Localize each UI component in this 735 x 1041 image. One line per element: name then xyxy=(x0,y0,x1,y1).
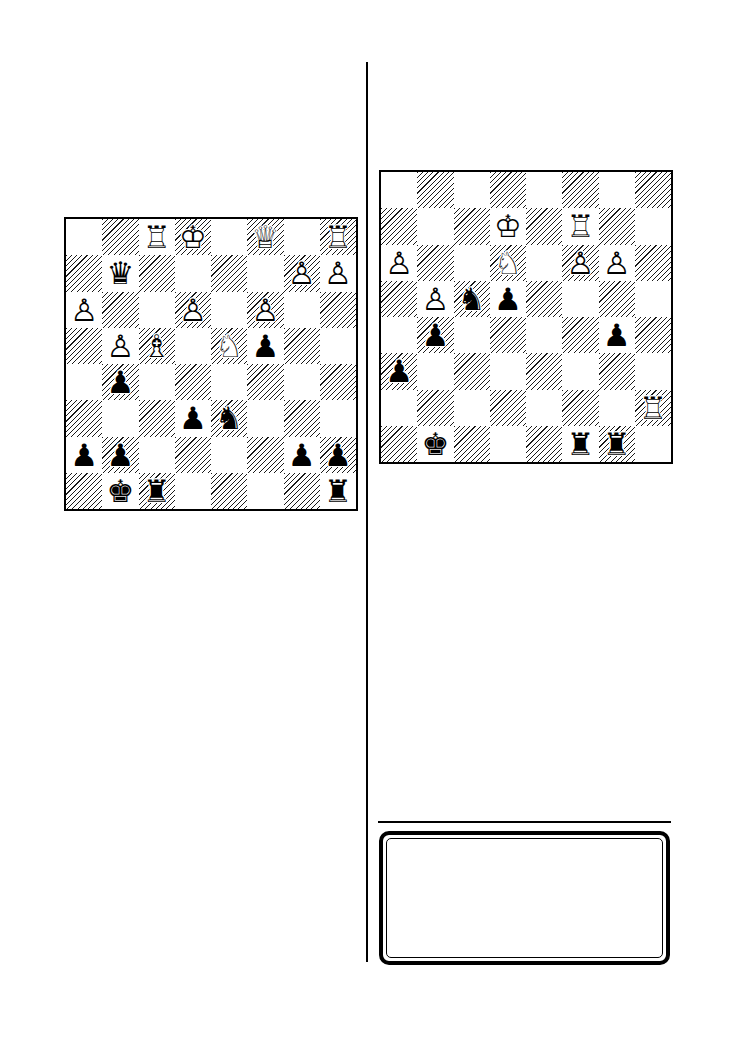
black-pawn: ♟♟ xyxy=(247,328,283,364)
book-page: ♜♖♚♔♛♕♜♖♛♛♟♙♟♙♟♙♟♙♟♙♟♙♝♗♞♘♟♟♟♟♟♟♞♞♟♟♟♟♟♟… xyxy=(0,0,735,1041)
black-pawn: ♟♟ xyxy=(320,437,356,473)
black-rook-glyph: ♜ xyxy=(562,426,598,462)
black-pawn: ♟♟ xyxy=(102,364,138,400)
white-pawn-glyph: ♙ xyxy=(102,328,138,364)
square-b6 xyxy=(102,292,138,328)
square-d2 xyxy=(175,437,211,473)
white-rook-glyph: ♖ xyxy=(320,219,356,255)
white-rook: ♜♖ xyxy=(562,208,598,244)
square-g4: ♟♟ xyxy=(599,317,635,353)
square-a1 xyxy=(381,426,417,462)
square-a8 xyxy=(66,219,102,255)
square-a2: ♟♟ xyxy=(66,437,102,473)
white-knight-glyph: ♘ xyxy=(211,328,247,364)
black-pawn-glyph: ♟ xyxy=(417,317,453,353)
white-king: ♚♔ xyxy=(175,219,211,255)
square-f5: ♟♟ xyxy=(247,328,283,364)
square-h2: ♜♖ xyxy=(635,390,671,426)
square-a7 xyxy=(381,208,417,244)
square-h8 xyxy=(635,172,671,208)
right-chess-board: ♚♔♜♖♟♙♞♘♟♙♟♙♟♙♞♞♟♟♟♟♟♟♟♟♜♖♚♚♜♜♜♜ xyxy=(379,170,673,464)
white-pawn: ♟♙ xyxy=(599,245,635,281)
white-pawn-glyph: ♙ xyxy=(320,255,356,291)
white-pawn: ♟♙ xyxy=(562,245,598,281)
square-g3 xyxy=(284,400,320,436)
black-king-glyph: ♚ xyxy=(102,473,138,509)
square-e7 xyxy=(526,208,562,244)
square-c5: ♞♞ xyxy=(454,281,490,317)
square-f6: ♟♙ xyxy=(562,245,598,281)
square-d7: ♚♔ xyxy=(490,208,526,244)
column-divider xyxy=(366,62,368,962)
black-rook: ♜♜ xyxy=(139,473,175,509)
square-c6 xyxy=(139,292,175,328)
black-pawn: ♟♟ xyxy=(599,317,635,353)
square-a1 xyxy=(66,473,102,509)
square-d7 xyxy=(175,255,211,291)
square-e4 xyxy=(211,364,247,400)
square-f3 xyxy=(562,353,598,389)
square-f2 xyxy=(247,437,283,473)
white-rook-glyph: ♖ xyxy=(139,219,175,255)
square-b7 xyxy=(417,208,453,244)
square-c5: ♝♗ xyxy=(139,328,175,364)
square-e3 xyxy=(526,353,562,389)
black-knight-glyph: ♞ xyxy=(211,400,247,436)
black-rook: ♜♜ xyxy=(320,473,356,509)
square-a6: ♟♙ xyxy=(381,245,417,281)
white-pawn-glyph: ♙ xyxy=(417,281,453,317)
square-g2: ♟♟ xyxy=(284,437,320,473)
black-pawn: ♟♟ xyxy=(175,400,211,436)
square-a5 xyxy=(66,328,102,364)
black-queen-glyph: ♛ xyxy=(102,255,138,291)
square-h5 xyxy=(320,328,356,364)
square-g7: ♟♙ xyxy=(284,255,320,291)
white-pawn: ♟♙ xyxy=(417,281,453,317)
black-king: ♚♚ xyxy=(102,473,138,509)
black-pawn-glyph: ♟ xyxy=(381,353,417,389)
square-g1 xyxy=(284,473,320,509)
square-h8: ♜♖ xyxy=(320,219,356,255)
square-f2 xyxy=(562,390,598,426)
square-d1 xyxy=(175,473,211,509)
square-e4 xyxy=(526,317,562,353)
black-pawn-glyph: ♟ xyxy=(102,437,138,473)
square-d5: ♟♟ xyxy=(490,281,526,317)
black-rook: ♜♜ xyxy=(599,426,635,462)
square-f1: ♜♜ xyxy=(562,426,598,462)
square-h2: ♟♟ xyxy=(320,437,356,473)
answer-box xyxy=(379,831,670,965)
square-h1 xyxy=(635,426,671,462)
square-e2 xyxy=(526,390,562,426)
white-pawn-glyph: ♙ xyxy=(562,245,598,281)
square-d8 xyxy=(490,172,526,208)
square-b4: ♟♟ xyxy=(417,317,453,353)
square-c4 xyxy=(454,317,490,353)
square-a6: ♟♙ xyxy=(66,292,102,328)
square-d8: ♚♔ xyxy=(175,219,211,255)
square-a7 xyxy=(66,255,102,291)
black-knight: ♞♞ xyxy=(454,281,490,317)
white-knight: ♞♘ xyxy=(490,245,526,281)
black-rook-glyph: ♜ xyxy=(139,473,175,509)
black-pawn: ♟♟ xyxy=(284,437,320,473)
square-a8 xyxy=(381,172,417,208)
square-b6 xyxy=(417,245,453,281)
black-pawn: ♟♟ xyxy=(66,437,102,473)
square-h6 xyxy=(320,292,356,328)
black-queen: ♛♛ xyxy=(102,255,138,291)
square-c7 xyxy=(454,208,490,244)
square-h4 xyxy=(635,317,671,353)
square-c8: ♜♖ xyxy=(139,219,175,255)
square-g5 xyxy=(599,281,635,317)
white-rook-glyph: ♖ xyxy=(635,390,671,426)
square-e1 xyxy=(211,473,247,509)
white-rook: ♜♖ xyxy=(139,219,175,255)
black-pawn-glyph: ♟ xyxy=(490,281,526,317)
square-e1 xyxy=(526,426,562,462)
square-a3: ♟♟ xyxy=(381,353,417,389)
white-bishop: ♝♗ xyxy=(139,328,175,364)
square-c3 xyxy=(454,353,490,389)
white-pawn: ♟♙ xyxy=(102,328,138,364)
black-rook-glyph: ♜ xyxy=(320,473,356,509)
square-e5: ♞♘ xyxy=(211,328,247,364)
square-e8 xyxy=(211,219,247,255)
square-b3 xyxy=(102,400,138,436)
square-c4 xyxy=(139,364,175,400)
square-e3: ♞♞ xyxy=(211,400,247,436)
square-e5 xyxy=(526,281,562,317)
square-h3 xyxy=(320,400,356,436)
square-f1 xyxy=(247,473,283,509)
white-pawn: ♟♙ xyxy=(381,245,417,281)
square-h7: ♟♙ xyxy=(320,255,356,291)
black-pawn-glyph: ♟ xyxy=(247,328,283,364)
square-b4: ♟♟ xyxy=(102,364,138,400)
white-bishop-glyph: ♗ xyxy=(139,328,175,364)
black-pawn-glyph: ♟ xyxy=(66,437,102,473)
white-knight-glyph: ♘ xyxy=(490,245,526,281)
square-c1: ♜♜ xyxy=(139,473,175,509)
white-rook-glyph: ♖ xyxy=(562,208,598,244)
white-king: ♚♔ xyxy=(490,208,526,244)
square-h4 xyxy=(320,364,356,400)
square-a5 xyxy=(381,281,417,317)
square-b1: ♚♚ xyxy=(102,473,138,509)
white-pawn: ♟♙ xyxy=(247,292,283,328)
square-g8 xyxy=(599,172,635,208)
square-d3 xyxy=(490,353,526,389)
white-king-glyph: ♔ xyxy=(175,219,211,255)
square-c8 xyxy=(454,172,490,208)
square-g1: ♜♜ xyxy=(599,426,635,462)
white-pawn-glyph: ♙ xyxy=(381,245,417,281)
white-queen: ♛♕ xyxy=(247,219,283,255)
square-f4 xyxy=(247,364,283,400)
square-b1: ♚♚ xyxy=(417,426,453,462)
square-g4 xyxy=(284,364,320,400)
square-f4 xyxy=(562,317,598,353)
square-f3 xyxy=(247,400,283,436)
square-h3 xyxy=(635,353,671,389)
footer-rule xyxy=(378,821,671,823)
square-b5: ♟♙ xyxy=(102,328,138,364)
square-d2 xyxy=(490,390,526,426)
white-knight: ♞♘ xyxy=(211,328,247,364)
square-f8: ♛♕ xyxy=(247,219,283,255)
square-e6 xyxy=(526,245,562,281)
square-g3 xyxy=(599,353,635,389)
square-f6: ♟♙ xyxy=(247,292,283,328)
left-chess-board: ♜♖♚♔♛♕♜♖♛♛♟♙♟♙♟♙♟♙♟♙♟♙♝♗♞♘♟♟♟♟♟♟♞♞♟♟♟♟♟♟… xyxy=(64,217,358,511)
black-pawn-glyph: ♟ xyxy=(320,437,356,473)
black-rook-glyph: ♜ xyxy=(599,426,635,462)
square-g5 xyxy=(284,328,320,364)
answer-box-inner-border xyxy=(386,838,663,958)
square-a3 xyxy=(66,400,102,436)
square-a4 xyxy=(66,364,102,400)
square-d4 xyxy=(175,364,211,400)
black-king: ♚♚ xyxy=(417,426,453,462)
white-pawn: ♟♙ xyxy=(320,255,356,291)
black-pawn-glyph: ♟ xyxy=(284,437,320,473)
square-e8 xyxy=(526,172,562,208)
square-d5 xyxy=(175,328,211,364)
square-d1 xyxy=(490,426,526,462)
square-a2 xyxy=(381,390,417,426)
square-b8 xyxy=(417,172,453,208)
square-b7: ♛♛ xyxy=(102,255,138,291)
black-king-glyph: ♚ xyxy=(417,426,453,462)
square-f5 xyxy=(562,281,598,317)
square-h1: ♜♜ xyxy=(320,473,356,509)
square-c1 xyxy=(454,426,490,462)
white-rook: ♜♖ xyxy=(635,390,671,426)
square-d6: ♟♙ xyxy=(175,292,211,328)
square-e6 xyxy=(211,292,247,328)
square-d3: ♟♟ xyxy=(175,400,211,436)
black-pawn-glyph: ♟ xyxy=(175,400,211,436)
square-e7 xyxy=(211,255,247,291)
black-knight-glyph: ♞ xyxy=(454,281,490,317)
black-pawn-glyph: ♟ xyxy=(102,364,138,400)
square-h6 xyxy=(635,245,671,281)
black-pawn-glyph: ♟ xyxy=(599,317,635,353)
square-g2 xyxy=(599,390,635,426)
white-pawn: ♟♙ xyxy=(175,292,211,328)
square-g7 xyxy=(599,208,635,244)
square-c3 xyxy=(139,400,175,436)
square-c7 xyxy=(139,255,175,291)
square-h7 xyxy=(635,208,671,244)
square-c2 xyxy=(139,437,175,473)
square-b2 xyxy=(417,390,453,426)
square-g6: ♟♙ xyxy=(599,245,635,281)
black-pawn: ♟♟ xyxy=(381,353,417,389)
white-pawn-glyph: ♙ xyxy=(247,292,283,328)
white-rook: ♜♖ xyxy=(320,219,356,255)
square-g6 xyxy=(284,292,320,328)
black-rook: ♜♜ xyxy=(562,426,598,462)
square-d6: ♞♘ xyxy=(490,245,526,281)
white-pawn: ♟♙ xyxy=(284,255,320,291)
white-king-glyph: ♔ xyxy=(490,208,526,244)
square-d4 xyxy=(490,317,526,353)
square-f7 xyxy=(247,255,283,291)
square-h5 xyxy=(635,281,671,317)
black-pawn: ♟♟ xyxy=(490,281,526,317)
square-g8 xyxy=(284,219,320,255)
square-b8 xyxy=(102,219,138,255)
black-pawn: ♟♟ xyxy=(417,317,453,353)
black-pawn: ♟♟ xyxy=(102,437,138,473)
square-a4 xyxy=(381,317,417,353)
square-b3 xyxy=(417,353,453,389)
black-knight: ♞♞ xyxy=(211,400,247,436)
square-e2 xyxy=(211,437,247,473)
square-b5: ♟♙ xyxy=(417,281,453,317)
square-c2 xyxy=(454,390,490,426)
square-f8 xyxy=(562,172,598,208)
white-pawn-glyph: ♙ xyxy=(599,245,635,281)
white-pawn-glyph: ♙ xyxy=(284,255,320,291)
square-c6 xyxy=(454,245,490,281)
square-f7: ♜♖ xyxy=(562,208,598,244)
white-queen-glyph: ♕ xyxy=(247,219,283,255)
square-b2: ♟♟ xyxy=(102,437,138,473)
white-pawn-glyph: ♙ xyxy=(66,292,102,328)
white-pawn-glyph: ♙ xyxy=(175,292,211,328)
white-pawn: ♟♙ xyxy=(66,292,102,328)
